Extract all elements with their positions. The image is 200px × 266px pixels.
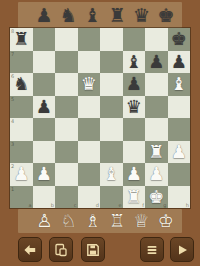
rank-label: 3 xyxy=(11,141,14,147)
black-queen-tray-piece[interactable]: ♛ xyxy=(133,6,150,25)
black-bishop-tray-piece[interactable]: ♝ xyxy=(84,6,101,25)
square-d1[interactable]: d xyxy=(78,186,101,209)
piece-white-pawn[interactable]: ♟ xyxy=(10,163,33,186)
square-d3[interactable] xyxy=(78,141,101,164)
file-label: b xyxy=(51,202,54,208)
square-h4[interactable] xyxy=(168,118,191,141)
white-piece-tray: ♙♘♗♖♕♔ xyxy=(18,209,182,233)
square-e6[interactable] xyxy=(100,73,123,96)
piece-black-pawn[interactable]: ♟ xyxy=(33,96,56,119)
piece-white-rook[interactable]: ♜ xyxy=(145,141,168,164)
square-a4[interactable]: 4 xyxy=(10,118,33,141)
piece-white-bishop[interactable]: ♝ xyxy=(100,163,123,186)
square-c4[interactable] xyxy=(55,118,78,141)
menu-button[interactable] xyxy=(140,237,164,262)
piece-black-pawn[interactable]: ♟ xyxy=(168,51,191,74)
square-c3[interactable] xyxy=(55,141,78,164)
square-d7[interactable] xyxy=(78,51,101,74)
square-b6[interactable] xyxy=(33,73,56,96)
white-king-tray-piece[interactable]: ♔ xyxy=(158,212,174,230)
white-pawn-tray-piece[interactable]: ♙ xyxy=(36,212,52,230)
play-triangle-icon xyxy=(175,243,189,257)
square-h7[interactable]: ♟ xyxy=(168,51,191,74)
square-f6[interactable]: ♟ xyxy=(123,73,146,96)
square-c6[interactable] xyxy=(55,73,78,96)
square-d8[interactable] xyxy=(78,28,101,51)
rank-label: 1 xyxy=(11,186,14,192)
square-h6[interactable]: ♝ xyxy=(168,73,191,96)
square-d5[interactable] xyxy=(78,96,101,119)
square-d6[interactable]: ♛ xyxy=(78,73,101,96)
square-a7[interactable]: 7 xyxy=(10,51,33,74)
file-label: c xyxy=(74,202,77,208)
arrow-left-icon xyxy=(23,243,37,257)
square-b5[interactable]: ♟ xyxy=(33,96,56,119)
white-bishop-tray-piece[interactable]: ♗ xyxy=(85,212,101,230)
square-e8[interactable] xyxy=(100,28,123,51)
toolbar xyxy=(0,237,200,263)
square-a6[interactable]: 6♞ xyxy=(10,73,33,96)
square-f8[interactable] xyxy=(123,28,146,51)
square-c2[interactable] xyxy=(55,163,78,186)
play-button[interactable] xyxy=(170,237,194,262)
square-b2[interactable]: ♟ xyxy=(33,163,56,186)
piece-white-pawn[interactable]: ♟ xyxy=(145,163,168,186)
square-f2[interactable]: ♟ xyxy=(123,163,146,186)
square-a3[interactable]: 3 xyxy=(10,141,33,164)
chess-board: 8♜♚7♝♟♟6♞♛♟♝5♟♛43♜♟2♟♟♝♟♟1abcdef♜g♚h xyxy=(10,28,190,208)
square-f3[interactable] xyxy=(123,141,146,164)
piece-white-pawn[interactable]: ♟ xyxy=(33,163,56,186)
square-d4[interactable] xyxy=(78,118,101,141)
square-c8[interactable] xyxy=(55,28,78,51)
file-label: h xyxy=(186,202,189,208)
piece-black-pawn[interactable]: ♟ xyxy=(123,73,146,96)
square-g1[interactable]: g♚ xyxy=(145,186,168,209)
square-a5[interactable]: 5 xyxy=(10,96,33,119)
save-floppy-icon xyxy=(86,243,100,257)
piece-white-king[interactable]: ♚ xyxy=(145,186,168,209)
square-e2[interactable]: ♝ xyxy=(100,163,123,186)
square-h5[interactable] xyxy=(168,96,191,119)
file-label: e xyxy=(118,202,121,208)
square-f4[interactable] xyxy=(123,118,146,141)
square-a2[interactable]: 2♟ xyxy=(10,163,33,186)
square-h3[interactable]: ♟ xyxy=(168,141,191,164)
copy-document-icon xyxy=(54,243,68,257)
square-e7[interactable] xyxy=(100,51,123,74)
back-button[interactable] xyxy=(18,237,42,262)
copy-button[interactable] xyxy=(49,237,73,262)
square-g2[interactable]: ♟ xyxy=(145,163,168,186)
white-queen-tray-piece[interactable]: ♕ xyxy=(133,212,149,230)
rank-label: 7 xyxy=(11,51,14,57)
square-g5[interactable] xyxy=(145,96,168,119)
square-e4[interactable] xyxy=(100,118,123,141)
piece-white-pawn[interactable]: ♟ xyxy=(123,163,146,186)
square-g6[interactable] xyxy=(145,73,168,96)
piece-black-pawn[interactable]: ♟ xyxy=(145,51,168,74)
rank-label: 5 xyxy=(11,96,14,102)
piece-white-queen[interactable]: ♛ xyxy=(78,73,101,96)
square-f5[interactable]: ♛ xyxy=(123,96,146,119)
square-b8[interactable] xyxy=(33,28,56,51)
save-button[interactable] xyxy=(81,237,105,262)
square-g7[interactable]: ♟ xyxy=(145,51,168,74)
square-h1[interactable]: h xyxy=(168,186,191,209)
square-f7[interactable]: ♝ xyxy=(123,51,146,74)
black-knight-tray-piece[interactable]: ♞ xyxy=(60,6,77,25)
square-h8[interactable]: ♚ xyxy=(168,28,191,51)
black-rook-tray-piece[interactable]: ♜ xyxy=(109,6,126,25)
black-pawn-tray-piece[interactable]: ♟ xyxy=(35,6,52,25)
square-d2[interactable] xyxy=(78,163,101,186)
piece-black-queen[interactable]: ♛ xyxy=(123,96,146,119)
square-c1[interactable]: c xyxy=(55,186,78,209)
square-c5[interactable] xyxy=(55,96,78,119)
piece-black-king[interactable]: ♚ xyxy=(168,28,191,51)
file-label: d xyxy=(96,202,99,208)
square-f1[interactable]: f♜ xyxy=(123,186,146,209)
square-h2[interactable] xyxy=(168,163,191,186)
hamburger-menu-icon xyxy=(145,243,159,257)
piece-white-bishop[interactable]: ♝ xyxy=(168,73,191,96)
square-c7[interactable] xyxy=(55,51,78,74)
rank-label: 4 xyxy=(11,118,14,124)
square-e5[interactable] xyxy=(100,96,123,119)
square-b1[interactable]: b xyxy=(33,186,56,209)
square-e1[interactable]: e xyxy=(100,186,123,209)
square-b3[interactable] xyxy=(33,141,56,164)
piece-white-pawn[interactable]: ♟ xyxy=(168,141,191,164)
square-e3[interactable] xyxy=(100,141,123,164)
square-g8[interactable] xyxy=(145,28,168,51)
piece-black-bishop[interactable]: ♝ xyxy=(123,51,146,74)
square-g4[interactable] xyxy=(145,118,168,141)
white-knight-tray-piece[interactable]: ♘ xyxy=(60,212,76,230)
piece-black-rook[interactable]: ♜ xyxy=(10,28,33,51)
square-a8[interactable]: 8♜ xyxy=(10,28,33,51)
piece-black-knight[interactable]: ♞ xyxy=(10,73,33,96)
piece-white-rook[interactable]: ♜ xyxy=(123,186,146,209)
square-g3[interactable]: ♜ xyxy=(145,141,168,164)
square-b4[interactable] xyxy=(33,118,56,141)
white-rook-tray-piece[interactable]: ♖ xyxy=(109,212,125,230)
square-b7[interactable] xyxy=(33,51,56,74)
black-king-tray-piece[interactable]: ♚ xyxy=(157,6,174,25)
black-piece-tray: ♟♞♝♜♛♚ xyxy=(18,2,182,28)
square-a1[interactable]: 1a xyxy=(10,186,33,209)
file-label: a xyxy=(28,202,31,208)
chess-app-window: ♟♞♝♜♛♚ 8♜♚7♝♟♟6♞♛♟♝5♟♛43♜♟2♟♟♝♟♟1abcdef♜… xyxy=(0,0,200,266)
